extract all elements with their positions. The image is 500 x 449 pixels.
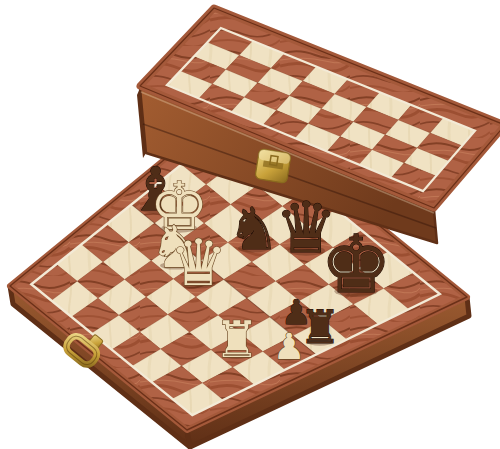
- white-rook-glyph: ♜: [214, 311, 259, 369]
- white-queen-piece[interactable]: ♛: [170, 226, 227, 300]
- black-knight-piece[interactable]: ♞: [228, 195, 280, 263]
- white-rook-piece[interactable]: ♜: [214, 311, 259, 369]
- chess-set-product-photo: ♝♚♞♛♞♛♚♟♜♜♟: [0, 0, 500, 449]
- scene-canvas: ♝♚♞♛♞♛♚♟♜♜♟: [0, 0, 500, 449]
- black-king-piece[interactable]: ♚: [320, 218, 392, 311]
- black-knight-glyph: ♞: [228, 195, 280, 263]
- white-pawn-glyph: ♟: [273, 326, 305, 367]
- white-queen-glyph: ♛: [170, 226, 227, 300]
- box-brass-clasp-icon[interactable]: [255, 149, 291, 184]
- black-king-glyph: ♚: [320, 218, 392, 311]
- white-pawn-piece[interactable]: ♟: [273, 326, 305, 367]
